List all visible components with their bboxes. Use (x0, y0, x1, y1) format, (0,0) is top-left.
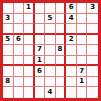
given-digit: 7 (79, 68, 84, 75)
sudoku-cell-r3c6[interactable] (56, 24, 67, 35)
sudoku-cell-r4c3[interactable] (24, 35, 35, 46)
sudoku-cell-r9c7[interactable] (66, 87, 77, 98)
sudoku-cell-r7c6[interactable] (56, 66, 67, 77)
given-digit: 1 (26, 4, 31, 11)
sudoku-cell-r2c7[interactable]: 4 (66, 14, 77, 25)
sudoku-cell-r4c8[interactable] (77, 35, 88, 46)
sudoku-cell-r1c4[interactable] (35, 3, 46, 14)
sudoku-cell-r4c5[interactable] (45, 35, 56, 46)
sudoku-cell-r8c7[interactable] (66, 77, 77, 88)
sudoku-cell-r1c1[interactable] (3, 3, 14, 14)
given-digit: 1 (37, 57, 42, 64)
sudoku-cell-r8c2[interactable] (14, 77, 25, 88)
sudoku-cell-r5c8[interactable] (77, 45, 88, 56)
sudoku-cell-r9c4[interactable] (35, 87, 46, 98)
sudoku-cell-r1c3[interactable]: 1 (24, 3, 35, 14)
sudoku-cell-r3c9[interactable] (87, 24, 98, 35)
sudoku-cell-r2c3[interactable] (24, 14, 35, 25)
sudoku-cell-r9c3[interactable] (24, 87, 35, 98)
given-digit: 1 (79, 78, 84, 85)
sudoku-cell-r7c1[interactable] (3, 66, 14, 77)
sudoku-cell-r6c7[interactable] (66, 56, 77, 67)
sudoku-cell-r5c6[interactable]: 8 (56, 45, 67, 56)
given-digit: 5 (5, 36, 10, 43)
sudoku-cell-r9c9[interactable] (87, 87, 98, 98)
sudoku-cell-r2c8[interactable] (77, 14, 88, 25)
sudoku-cell-r3c8[interactable] (77, 24, 88, 35)
given-digit: 5 (48, 15, 53, 22)
sudoku-cell-r3c3[interactable] (24, 24, 35, 35)
given-digit: 3 (5, 15, 10, 22)
sudoku-cell-r5c7[interactable] (66, 45, 77, 56)
given-digit: 6 (69, 4, 74, 11)
sudoku-cell-r3c7[interactable] (66, 24, 77, 35)
sudoku-cell-r9c2[interactable] (14, 87, 25, 98)
sudoku-cell-r2c2[interactable] (14, 14, 25, 25)
given-digit: 8 (58, 46, 63, 53)
sudoku-cell-r2c9[interactable] (87, 14, 98, 25)
sudoku-cell-r9c5[interactable]: 4 (45, 87, 56, 98)
sudoku-cell-r4c4[interactable] (35, 35, 46, 46)
given-digit: 3 (90, 4, 95, 11)
sudoku-cell-r4c2[interactable]: 6 (14, 35, 25, 46)
sudoku-cell-r4c6[interactable] (56, 35, 67, 46)
sudoku-cell-r6c6[interactable] (56, 56, 67, 67)
sudoku-cell-r1c9[interactable]: 3 (87, 3, 98, 14)
sudoku-cell-r2c6[interactable] (56, 14, 67, 25)
sudoku-cell-r3c5[interactable] (45, 24, 56, 35)
sudoku-cell-r7c5[interactable] (45, 66, 56, 77)
sudoku-cell-r4c9[interactable] (87, 35, 98, 46)
given-digit: 2 (69, 36, 74, 43)
sudoku-cell-r3c1[interactable] (3, 24, 14, 35)
sudoku-cell-r5c3[interactable] (24, 45, 35, 56)
sudoku-cell-r8c4[interactable] (35, 77, 46, 88)
sudoku-cell-r6c4[interactable]: 1 (35, 56, 46, 67)
sudoku-cell-r9c8[interactable] (77, 87, 88, 98)
sudoku-cell-r2c4[interactable] (35, 14, 46, 25)
sudoku-cell-r8c6[interactable] (56, 77, 67, 88)
sudoku-cell-r5c2[interactable] (14, 45, 25, 56)
sudoku-cell-r3c4[interactable] (35, 24, 46, 35)
sudoku-cell-r8c9[interactable] (87, 77, 98, 88)
sudoku-cell-r9c1[interactable] (3, 87, 14, 98)
sudoku-cell-r2c5[interactable]: 5 (45, 14, 56, 25)
sudoku-cell-r6c8[interactable] (77, 56, 88, 67)
sudoku-cell-r1c7[interactable]: 6 (66, 3, 77, 14)
sudoku-cell-r6c3[interactable] (24, 56, 35, 67)
sudoku-cell-r7c3[interactable] (24, 66, 35, 77)
sudoku-cell-r5c1[interactable] (3, 45, 14, 56)
sudoku-cell-r5c5[interactable] (45, 45, 56, 56)
given-digit: 8 (5, 78, 10, 85)
sudoku-cell-r7c4[interactable]: 6 (35, 66, 46, 77)
given-digit: 7 (37, 46, 42, 53)
sudoku-cell-r9c6[interactable] (56, 87, 67, 98)
sudoku-cell-r1c5[interactable] (45, 3, 56, 14)
given-digit: 6 (16, 36, 21, 43)
sudoku-cell-r5c4[interactable]: 7 (35, 45, 46, 56)
sudoku-cell-r8c1[interactable]: 8 (3, 77, 14, 88)
sudoku-cell-r6c5[interactable] (45, 56, 56, 67)
sudoku-cell-r7c2[interactable] (14, 66, 25, 77)
sudoku-cell-r6c9[interactable] (87, 56, 98, 67)
sudoku-cell-r5c9[interactable] (87, 45, 98, 56)
sudoku-cell-r8c3[interactable] (24, 77, 35, 88)
sudoku-cell-r6c1[interactable] (3, 56, 14, 67)
sudoku-cell-r3c2[interactable] (14, 24, 25, 35)
sudoku-cell-r8c8[interactable]: 1 (77, 77, 88, 88)
sudoku-cell-r7c7[interactable] (66, 66, 77, 77)
given-digit: 4 (48, 89, 53, 96)
given-digit: 4 (69, 15, 74, 22)
sudoku-cell-r7c9[interactable] (87, 66, 98, 77)
sudoku-cell-r4c1[interactable]: 5 (3, 35, 14, 46)
sudoku-board: 16335456278167814 (0, 0, 101, 101)
sudoku-cell-r8c5[interactable] (45, 77, 56, 88)
sudoku-cell-r1c8[interactable] (77, 3, 88, 14)
sudoku-cell-r4c7[interactable]: 2 (66, 35, 77, 46)
sudoku-cell-r7c8[interactable]: 7 (77, 66, 88, 77)
sudoku-cell-r1c6[interactable] (56, 3, 67, 14)
sudoku-cell-r6c2[interactable] (14, 56, 25, 67)
sudoku-cell-r1c2[interactable] (14, 3, 25, 14)
sudoku-cell-r2c1[interactable]: 3 (3, 14, 14, 25)
given-digit: 6 (37, 68, 42, 75)
